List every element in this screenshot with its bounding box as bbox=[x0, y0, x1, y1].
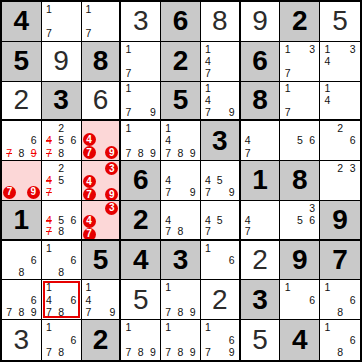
candidate-7: 7 bbox=[202, 226, 214, 238]
candidate-4: 4 bbox=[242, 135, 254, 147]
cell-r6c8[interactable]: 356 bbox=[280, 201, 320, 241]
candidate-grid: 17 bbox=[281, 83, 318, 119]
candidate-6: 6 bbox=[346, 334, 359, 347]
candidate-1: 1 bbox=[122, 122, 134, 134]
given-digit: 6 bbox=[133, 166, 149, 194]
solved-digit: 5 bbox=[332, 7, 348, 35]
candidate-grid: 26 bbox=[321, 122, 359, 159]
candidate-1: 1 bbox=[83, 281, 95, 293]
circled-candidate-3: 3 bbox=[105, 202, 118, 215]
cell-r2c6[interactable]: 147 bbox=[201, 42, 241, 82]
candidate-grid: 3479 bbox=[83, 162, 119, 199]
candidate-grid: 1789 bbox=[162, 281, 199, 318]
cell-r6c5[interactable]: 478 bbox=[161, 201, 201, 241]
candidate-9: 9 bbox=[147, 106, 159, 118]
cell-r1c6[interactable]: 8 bbox=[201, 2, 241, 42]
solved-digit: 5 bbox=[133, 286, 149, 314]
candidate-3: 3 bbox=[346, 43, 359, 55]
candidate-1: 1 bbox=[43, 321, 55, 334]
candidate-3: 3 bbox=[346, 162, 359, 174]
given-digit: 3 bbox=[53, 86, 69, 114]
candidate-grid: 23 bbox=[321, 162, 359, 199]
candidate-grid: 457 bbox=[202, 202, 238, 238]
cell-r8c8[interactable]: 16 bbox=[280, 280, 320, 320]
candidate-8: 8 bbox=[334, 346, 347, 359]
candidate-5: 5 bbox=[55, 214, 67, 226]
cell-r3c4[interactable]: 179 bbox=[121, 82, 161, 122]
given-digit: 2 bbox=[173, 47, 189, 75]
candidate-1: 1 bbox=[281, 281, 293, 293]
cell-r2c7[interactable]: 6 bbox=[241, 42, 281, 82]
cell-r5c9[interactable]: 23 bbox=[320, 161, 360, 201]
candidate-7: 7 bbox=[43, 346, 55, 359]
candidate-8: 8 bbox=[174, 306, 186, 318]
candidate-grid: 47 bbox=[242, 202, 279, 238]
candidate-4: 4 bbox=[162, 174, 174, 186]
candidate-7: 7 bbox=[3, 306, 15, 318]
candidate-7: 7 bbox=[162, 147, 174, 159]
cell-r8c4[interactable]: 5 bbox=[121, 280, 161, 320]
cell-r7c4[interactable]: 4 bbox=[121, 241, 161, 281]
candidate-grid: 1479 bbox=[83, 281, 119, 318]
candidate-9: 9 bbox=[187, 147, 199, 159]
candidate-2: 2 bbox=[55, 122, 67, 134]
cell-r1c2[interactable]: 17 bbox=[42, 2, 82, 42]
candidate-6: 6 bbox=[346, 294, 359, 306]
candidate-6: 6 bbox=[28, 135, 40, 147]
cell-r3c8[interactable]: 17 bbox=[280, 82, 320, 122]
candidate-1: 1 bbox=[321, 281, 334, 293]
candidate-2: 2 bbox=[55, 162, 67, 174]
candidate-7: 7 bbox=[242, 226, 254, 238]
candidate-grid: 14 bbox=[321, 83, 359, 119]
candidate-grid: 17 bbox=[43, 3, 80, 40]
candidate-grid: 479 bbox=[162, 162, 199, 199]
solved-digit: 6 bbox=[93, 86, 109, 114]
candidate-1: 1 bbox=[202, 43, 214, 55]
cell-r6c4[interactable]: 2 bbox=[121, 201, 161, 241]
cell-r7c3[interactable]: 5 bbox=[82, 241, 122, 281]
candidate-grid: 147 bbox=[202, 43, 238, 80]
cell-r5c2[interactable]: 2457 bbox=[42, 161, 82, 201]
candidate-9: 9 bbox=[28, 306, 40, 318]
candidate-1: 1 bbox=[202, 242, 214, 254]
cell-r2c5[interactable]: 2 bbox=[161, 42, 201, 82]
candidate-3: 3 bbox=[306, 202, 318, 214]
candidate-9: 9 bbox=[147, 346, 159, 359]
given-digit: 9 bbox=[292, 246, 308, 274]
cell-r7c2[interactable]: 168 bbox=[42, 241, 82, 281]
candidate-8: 8 bbox=[174, 226, 186, 238]
candidate-8: 8 bbox=[55, 147, 67, 159]
candidate-grid: 56 bbox=[281, 122, 318, 159]
candidate-8: 8 bbox=[174, 147, 186, 159]
candidate-grid: 1789 bbox=[122, 321, 159, 359]
cell-r9c1[interactable]: 3 bbox=[2, 320, 42, 360]
cell-r6c2[interactable]: 45678 bbox=[42, 201, 82, 241]
cell-r8c5[interactable]: 1789 bbox=[161, 280, 201, 320]
cell-r6c9[interactable]: 9 bbox=[320, 201, 360, 241]
eliminated-candidate-7: 7 bbox=[43, 187, 55, 199]
cell-r3c2[interactable]: 3 bbox=[42, 82, 82, 122]
given-digit: 4 bbox=[133, 246, 149, 274]
cell-r1c5[interactable]: 6 bbox=[161, 2, 201, 42]
candidate-4: 4 bbox=[202, 214, 214, 226]
candidate-grid: 6789 bbox=[3, 122, 40, 159]
candidate-1: 1 bbox=[162, 281, 174, 293]
cell-r7c5[interactable]: 3 bbox=[161, 241, 201, 281]
candidate-1: 1 bbox=[281, 43, 293, 55]
candidate-9: 9 bbox=[226, 106, 238, 118]
candidate-grid: 479 bbox=[83, 122, 119, 159]
cell-r4c9[interactable]: 26 bbox=[320, 121, 360, 161]
candidate-5: 5 bbox=[55, 135, 67, 147]
candidate-7: 7 bbox=[162, 226, 174, 238]
circled-candidate-4: 4 bbox=[83, 215, 96, 228]
cell-r3c9[interactable]: 14 bbox=[320, 82, 360, 122]
candidate-1: 1 bbox=[281, 83, 293, 95]
candidate-6: 6 bbox=[67, 294, 79, 306]
given-digit: 1 bbox=[14, 206, 30, 234]
cell-r6c1[interactable]: 1 bbox=[2, 201, 42, 241]
candidate-8: 8 bbox=[15, 147, 27, 159]
candidate-1: 1 bbox=[321, 321, 334, 334]
candidate-grid: 14678 bbox=[43, 281, 80, 318]
circled-candidate-3: 3 bbox=[105, 162, 118, 175]
candidate-grid: 1789 bbox=[162, 321, 199, 359]
candidate-1: 1 bbox=[43, 242, 55, 254]
eliminated-candidate-7: 7 bbox=[43, 226, 55, 238]
circled-candidate-4: 4 bbox=[83, 133, 96, 146]
given-digit: 7 bbox=[332, 246, 348, 274]
given-digit: 8 bbox=[252, 86, 268, 114]
solved-digit: 9 bbox=[252, 7, 268, 35]
solved-digit: 2 bbox=[212, 286, 228, 314]
candidate-grid: 356 bbox=[281, 202, 318, 238]
solved-digit: 2 bbox=[252, 246, 268, 274]
cell-r4c5[interactable]: 14789 bbox=[161, 121, 201, 161]
given-digit: 1 bbox=[252, 166, 268, 194]
candidate-9: 9 bbox=[226, 346, 238, 359]
circled-candidate-7: 7 bbox=[83, 188, 96, 201]
cell-r4c8[interactable]: 56 bbox=[280, 121, 320, 161]
candidate-4: 4 bbox=[202, 94, 214, 106]
candidate-grid: 478 bbox=[162, 202, 199, 238]
cell-r5c8[interactable]: 8 bbox=[280, 161, 320, 201]
cell-r5c5[interactable]: 479 bbox=[161, 161, 201, 201]
cell-r3c1[interactable]: 2 bbox=[2, 82, 42, 122]
cell-r9c6[interactable]: 1679 bbox=[201, 320, 241, 360]
candidate-grid: 17 bbox=[83, 3, 119, 40]
cell-r4c2[interactable]: 245678 bbox=[42, 121, 82, 161]
candidate-4: 4 bbox=[321, 55, 334, 67]
candidate-8: 8 bbox=[15, 266, 27, 278]
candidate-8: 8 bbox=[135, 346, 147, 359]
candidate-grid: 134 bbox=[321, 43, 359, 80]
cell-r1c3[interactable]: 17 bbox=[82, 2, 122, 42]
candidate-5: 5 bbox=[294, 135, 306, 147]
solved-digit: 3 bbox=[14, 326, 30, 354]
candidate-grid: 1679 bbox=[202, 321, 238, 359]
cell-r6c6[interactable]: 457 bbox=[201, 201, 241, 241]
candidate-grid: 245678 bbox=[43, 122, 80, 159]
candidate-7: 7 bbox=[242, 147, 254, 159]
candidate-1: 1 bbox=[83, 3, 95, 15]
cell-r8c1[interactable]: 6789 bbox=[2, 280, 42, 320]
given-digit: 6 bbox=[252, 47, 268, 75]
cell-r2c4[interactable]: 17 bbox=[121, 42, 161, 82]
cell-r1c1[interactable]: 4 bbox=[2, 2, 42, 42]
circled-candidate-7: 7 bbox=[83, 228, 96, 241]
candidate-8: 8 bbox=[55, 226, 67, 238]
cell-r9c5[interactable]: 1789 bbox=[161, 320, 201, 360]
candidate-9: 9 bbox=[147, 147, 159, 159]
candidate-7: 7 bbox=[122, 346, 134, 359]
cell-r7c7[interactable]: 2 bbox=[241, 241, 281, 281]
sudoku-board: 4171736892559817214761371342361795147981… bbox=[0, 0, 362, 362]
candidate-7: 7 bbox=[281, 67, 293, 79]
candidate-5: 5 bbox=[214, 174, 226, 186]
candidate-7: 7 bbox=[122, 106, 134, 118]
cell-r8c3[interactable]: 1479 bbox=[82, 280, 122, 320]
candidate-1: 1 bbox=[321, 83, 334, 95]
cell-r9c4[interactable]: 1789 bbox=[121, 320, 161, 360]
candidate-grid: 45678 bbox=[43, 202, 80, 238]
cell-r7c9[interactable]: 7 bbox=[320, 241, 360, 281]
candidate-9: 9 bbox=[226, 187, 238, 199]
given-digit: 6 bbox=[173, 7, 189, 35]
candidate-grid: 16 bbox=[281, 281, 318, 318]
candidate-1: 1 bbox=[202, 321, 214, 334]
cell-r4c7[interactable]: 47 bbox=[241, 121, 281, 161]
cell-r1c9[interactable]: 5 bbox=[320, 2, 360, 42]
candidate-7: 7 bbox=[43, 28, 55, 40]
circled-candidate-4: 4 bbox=[83, 175, 96, 188]
given-digit: 3 bbox=[252, 286, 268, 314]
candidate-1: 1 bbox=[43, 3, 55, 15]
given-digit: 9 bbox=[332, 206, 348, 234]
candidate-6: 6 bbox=[346, 135, 359, 147]
solved-digit: 9 bbox=[53, 47, 69, 75]
candidate-2: 2 bbox=[334, 162, 347, 174]
cell-r1c7[interactable]: 9 bbox=[241, 2, 281, 42]
cell-r2c1[interactable]: 5 bbox=[2, 42, 42, 82]
given-digit: 3 bbox=[212, 127, 228, 155]
candidate-grid: 347 bbox=[83, 202, 119, 238]
candidate-7: 7 bbox=[202, 346, 214, 359]
candidate-grid: 79 bbox=[3, 162, 40, 199]
eliminated-candidate-7: 7 bbox=[3, 147, 15, 159]
cell-r8c9[interactable]: 168 bbox=[320, 280, 360, 320]
candidate-6: 6 bbox=[67, 214, 79, 226]
candidate-grid: 1479 bbox=[202, 83, 238, 119]
given-digit: 3 bbox=[173, 246, 189, 274]
candidate-1: 1 bbox=[43, 281, 55, 293]
cell-r8c7[interactable]: 3 bbox=[241, 280, 281, 320]
candidate-8: 8 bbox=[334, 306, 347, 318]
candidate-1: 1 bbox=[162, 321, 174, 334]
candidate-6: 6 bbox=[67, 334, 79, 347]
given-digit: 2 bbox=[292, 7, 308, 35]
candidate-8: 8 bbox=[55, 346, 67, 359]
candidate-6: 6 bbox=[306, 294, 318, 306]
cell-r5c4[interactable]: 6 bbox=[121, 161, 161, 201]
cell-r4c4[interactable]: 1789 bbox=[121, 121, 161, 161]
cell-r7c1[interactable]: 68 bbox=[2, 241, 42, 281]
candidate-4: 4 bbox=[202, 55, 214, 67]
cell-r7c8[interactable]: 9 bbox=[280, 241, 320, 281]
circled-candidate-7: 7 bbox=[83, 146, 96, 159]
candidate-grid: 17 bbox=[122, 43, 159, 80]
candidate-grid: 1678 bbox=[43, 321, 80, 359]
given-digit: 5 bbox=[173, 86, 189, 114]
given-digit: 4 bbox=[14, 7, 30, 35]
candidate-1: 1 bbox=[202, 83, 214, 95]
candidate-9: 9 bbox=[187, 306, 199, 318]
eliminated-candidate-4: 4 bbox=[43, 174, 55, 186]
candidate-7: 7 bbox=[122, 147, 134, 159]
given-digit: 2 bbox=[133, 206, 149, 234]
candidate-8: 8 bbox=[174, 346, 186, 359]
candidate-grid: 137 bbox=[281, 43, 318, 80]
candidate-9: 9 bbox=[187, 346, 199, 359]
candidate-1: 1 bbox=[122, 83, 134, 95]
eliminated-candidate-4: 4 bbox=[43, 214, 55, 226]
candidate-4: 4 bbox=[202, 174, 214, 186]
candidate-6: 6 bbox=[306, 135, 318, 147]
cell-r9c8[interactable]: 4 bbox=[280, 320, 320, 360]
eliminated-candidate-7: 7 bbox=[43, 147, 55, 159]
candidate-2: 2 bbox=[334, 122, 347, 134]
cell-r1c4[interactable]: 3 bbox=[121, 2, 161, 42]
cell-r9c3[interactable]: 2 bbox=[82, 320, 122, 360]
candidate-4: 4 bbox=[83, 294, 95, 306]
candidate-1: 1 bbox=[122, 43, 134, 55]
eliminated-candidate-9: 9 bbox=[28, 147, 40, 159]
cell-r2c2[interactable]: 9 bbox=[42, 42, 82, 82]
candidate-1: 1 bbox=[122, 321, 134, 334]
given-digit: 5 bbox=[93, 246, 109, 274]
eliminated-candidate-4: 4 bbox=[43, 135, 55, 147]
candidate-4: 4 bbox=[242, 214, 254, 226]
cell-r3c3[interactable]: 6 bbox=[82, 82, 122, 122]
candidate-9: 9 bbox=[187, 187, 199, 199]
cell-r3c6[interactable]: 1479 bbox=[201, 82, 241, 122]
candidate-5: 5 bbox=[55, 174, 67, 186]
cell-r3c5[interactable]: 5 bbox=[161, 82, 201, 122]
candidate-grid: 168 bbox=[321, 281, 359, 318]
circled-candidate-7: 7 bbox=[3, 186, 16, 199]
solved-digit: 8 bbox=[212, 7, 228, 35]
candidate-7: 7 bbox=[162, 306, 174, 318]
cell-r5c1[interactable]: 79 bbox=[2, 161, 42, 201]
candidate-8: 8 bbox=[15, 306, 27, 318]
candidate-6: 6 bbox=[67, 135, 79, 147]
circled-candidate-9: 9 bbox=[27, 186, 40, 199]
given-digit: 4 bbox=[292, 326, 308, 354]
candidate-6: 6 bbox=[226, 334, 238, 347]
candidate-7: 7 bbox=[202, 67, 214, 79]
candidate-7: 7 bbox=[162, 187, 174, 199]
candidate-8: 8 bbox=[55, 266, 67, 278]
candidate-6: 6 bbox=[67, 254, 79, 266]
cell-r4c1[interactable]: 6789 bbox=[2, 121, 42, 161]
solved-digit: 3 bbox=[133, 7, 149, 35]
cell-r5c6[interactable]: 4579 bbox=[201, 161, 241, 201]
candidate-7: 7 bbox=[202, 106, 214, 118]
circled-candidate-9: 9 bbox=[105, 146, 118, 159]
cell-r8c2[interactable]: 14678 bbox=[42, 280, 82, 320]
candidate-grid: 68 bbox=[3, 242, 40, 279]
candidate-6: 6 bbox=[226, 254, 238, 266]
candidate-grid: 47 bbox=[242, 122, 279, 159]
given-digit: 5 bbox=[14, 47, 30, 75]
candidate-1: 1 bbox=[162, 122, 174, 134]
candidate-7: 7 bbox=[122, 67, 134, 79]
candidate-grid: 1789 bbox=[122, 122, 159, 159]
cell-r6c3[interactable]: 347 bbox=[82, 201, 122, 241]
candidate-8: 8 bbox=[135, 147, 147, 159]
candidate-grid: 14789 bbox=[162, 122, 199, 159]
cell-r1c8[interactable]: 2 bbox=[280, 2, 320, 42]
given-digit: 8 bbox=[93, 47, 109, 75]
cell-r4c3[interactable]: 479 bbox=[82, 121, 122, 161]
candidate-6: 6 bbox=[28, 254, 40, 266]
candidate-4: 4 bbox=[43, 294, 55, 306]
solved-digit: 5 bbox=[252, 326, 268, 354]
candidate-4: 4 bbox=[162, 214, 174, 226]
candidate-grid: 16 bbox=[202, 242, 238, 279]
given-digit: 8 bbox=[292, 166, 308, 194]
candidate-7: 7 bbox=[281, 106, 293, 118]
candidate-7: 7 bbox=[162, 346, 174, 359]
cell-r8c6[interactable]: 2 bbox=[201, 280, 241, 320]
candidate-5: 5 bbox=[214, 214, 226, 226]
cell-r6c7[interactable]: 47 bbox=[241, 201, 281, 241]
cell-r9c7[interactable]: 5 bbox=[241, 320, 281, 360]
cell-r7c6[interactable]: 16 bbox=[201, 241, 241, 281]
circled-candidate-9: 9 bbox=[105, 188, 118, 201]
cell-r2c8[interactable]: 137 bbox=[280, 42, 320, 82]
candidate-6: 6 bbox=[28, 294, 40, 306]
candidate-7: 7 bbox=[83, 28, 95, 40]
candidate-9: 9 bbox=[106, 306, 118, 318]
given-digit: 2 bbox=[93, 326, 109, 354]
cell-r3c7[interactable]: 8 bbox=[241, 82, 281, 122]
cell-r9c9[interactable]: 168 bbox=[320, 320, 360, 360]
candidate-7: 7 bbox=[43, 306, 55, 318]
candidate-grid: 6789 bbox=[3, 281, 40, 318]
candidate-4: 4 bbox=[162, 135, 174, 147]
candidate-4: 4 bbox=[321, 94, 334, 106]
cell-r2c3[interactable]: 8 bbox=[82, 42, 122, 82]
candidate-grid: 168 bbox=[43, 242, 80, 279]
candidate-grid: 4579 bbox=[202, 162, 238, 199]
candidate-grid: 179 bbox=[122, 83, 159, 119]
candidate-6: 6 bbox=[306, 214, 318, 226]
candidate-8: 8 bbox=[55, 306, 67, 318]
candidate-grid: 168 bbox=[321, 321, 359, 359]
cell-r4c6[interactable]: 3 bbox=[201, 121, 241, 161]
candidate-1: 1 bbox=[321, 43, 334, 55]
cell-r5c3[interactable]: 3479 bbox=[82, 161, 122, 201]
cell-r5c7[interactable]: 1 bbox=[241, 161, 281, 201]
cell-r9c2[interactable]: 1678 bbox=[42, 320, 82, 360]
candidate-7: 7 bbox=[202, 187, 214, 199]
candidate-grid: 2457 bbox=[43, 162, 80, 199]
cell-r2c9[interactable]: 134 bbox=[320, 42, 360, 82]
candidate-3: 3 bbox=[306, 43, 318, 55]
